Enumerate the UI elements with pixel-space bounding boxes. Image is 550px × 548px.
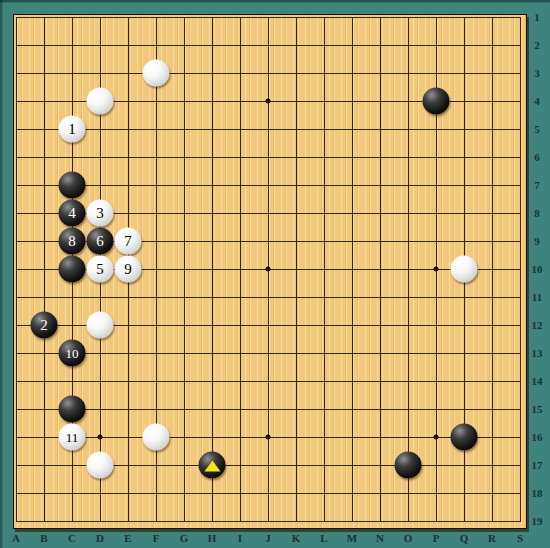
coord-label-col-E: E [124, 532, 131, 544]
coord-label-col-H: H [208, 532, 217, 544]
coord-label-col-Q: Q [460, 532, 469, 544]
stone-move-number: 6 [96, 234, 104, 249]
star-point [98, 435, 103, 440]
stone-black-Q16[interactable] [451, 424, 478, 451]
stone-black-H17[interactable] [199, 452, 226, 479]
coord-label-row-11: 11 [532, 291, 542, 303]
grid-line-vertical [296, 17, 297, 522]
stone-white-E9[interactable]: 7 [115, 228, 142, 255]
star-point [266, 99, 271, 104]
coord-label-col-I: I [238, 532, 242, 544]
coord-label-col-F: F [153, 532, 160, 544]
coord-label-col-B: B [40, 532, 47, 544]
stone-black-C9[interactable]: 8 [59, 228, 86, 255]
grid-line-vertical [380, 17, 381, 522]
star-point [266, 435, 271, 440]
grid-line-horizontal [16, 521, 521, 522]
grid-line-horizontal [16, 493, 521, 494]
grid-line-horizontal [16, 297, 521, 298]
grid-line-vertical [352, 17, 353, 522]
stone-white-Q10[interactable] [451, 256, 478, 283]
coord-label-row-1: 1 [534, 11, 540, 23]
stone-move-number: 10 [66, 347, 79, 360]
board-frame: 1438675921011 ABCDEFGHIJKLMNOPQRS 123456… [0, 0, 550, 548]
coord-label-row-12: 12 [532, 319, 543, 331]
coord-label-row-16: 16 [532, 431, 543, 443]
stone-move-number: 7 [124, 234, 132, 249]
stone-black-P4[interactable] [423, 88, 450, 115]
coord-label-row-6: 6 [534, 151, 540, 163]
stone-white-C5[interactable]: 1 [59, 116, 86, 143]
stone-black-C8[interactable]: 4 [59, 200, 86, 227]
coord-label-col-C: C [68, 532, 76, 544]
coord-label-col-S: S [517, 532, 523, 544]
coord-label-row-5: 5 [534, 123, 540, 135]
coord-label-row-17: 17 [532, 459, 543, 471]
stone-move-number: 8 [68, 234, 76, 249]
grid-line-vertical [324, 17, 325, 522]
stone-black-B12[interactable]: 2 [31, 312, 58, 339]
stone-black-C10[interactable] [59, 256, 86, 283]
stone-move-number: 11 [66, 431, 79, 444]
stone-white-C16[interactable]: 11 [59, 424, 86, 451]
coord-label-row-13: 13 [532, 347, 543, 359]
coord-label-col-M: M [347, 532, 357, 544]
stone-move-number: 4 [68, 206, 76, 221]
stone-black-O17[interactable] [395, 452, 422, 479]
stone-move-number: 1 [68, 122, 76, 137]
stone-black-C7[interactable] [59, 172, 86, 199]
coord-label-row-14: 14 [532, 375, 543, 387]
coord-label-row-19: 19 [532, 515, 543, 527]
coord-label-col-L: L [320, 532, 327, 544]
star-point [434, 435, 439, 440]
coord-label-row-4: 4 [534, 95, 540, 107]
coord-label-row-15: 15 [532, 403, 543, 415]
coord-label-col-O: O [404, 532, 413, 544]
stone-move-number: 2 [40, 318, 48, 333]
coord-label-col-P: P [433, 532, 440, 544]
stone-white-F3[interactable] [143, 60, 170, 87]
stone-black-D9[interactable]: 6 [87, 228, 114, 255]
coord-label-col-G: G [180, 532, 189, 544]
grid-line-horizontal [16, 381, 521, 382]
coord-label-col-R: R [488, 532, 496, 544]
stone-white-D12[interactable] [87, 312, 114, 339]
stone-move-number: 5 [96, 262, 104, 277]
coord-label-row-7: 7 [534, 179, 540, 191]
stone-white-D4[interactable] [87, 88, 114, 115]
coord-label-col-A: A [12, 532, 20, 544]
stone-black-C15[interactable] [59, 396, 86, 423]
star-point [266, 267, 271, 272]
coord-label-row-10: 10 [532, 263, 543, 275]
stone-move-number: 9 [124, 262, 132, 277]
coord-label-col-D: D [96, 532, 104, 544]
stone-white-F16[interactable] [143, 424, 170, 451]
coord-label-col-J: J [265, 532, 271, 544]
coord-label-col-N: N [376, 532, 384, 544]
coord-label-row-2: 2 [534, 39, 540, 51]
grid-line-vertical [492, 17, 493, 522]
stone-white-D10[interactable]: 5 [87, 256, 114, 283]
stone-move-number: 3 [96, 206, 104, 221]
stone-white-E10[interactable]: 9 [115, 256, 142, 283]
coord-label-col-K: K [292, 532, 301, 544]
coord-label-row-18: 18 [532, 487, 543, 499]
stone-white-D17[interactable] [87, 452, 114, 479]
grid-line-vertical [408, 17, 409, 522]
coord-label-row-8: 8 [534, 207, 540, 219]
triangle-marker-icon [204, 460, 220, 471]
stone-white-D8[interactable]: 3 [87, 200, 114, 227]
stone-black-C13[interactable]: 10 [59, 340, 86, 367]
grid-line-vertical [520, 17, 521, 522]
coord-label-row-9: 9 [534, 235, 540, 247]
grid-line-horizontal [16, 409, 521, 410]
star-point [434, 267, 439, 272]
coord-label-row-3: 3 [534, 67, 540, 79]
grid-line-horizontal [16, 353, 521, 354]
